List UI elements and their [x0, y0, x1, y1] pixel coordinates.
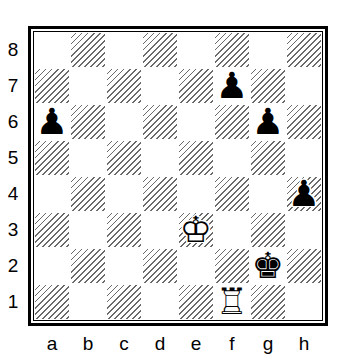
square-e6[interactable] — [178, 104, 214, 140]
square-b5[interactable] — [70, 140, 106, 176]
rank-label-6: 6 — [0, 104, 26, 140]
square-h3[interactable] — [286, 212, 322, 248]
square-f8[interactable] — [214, 32, 250, 68]
black-pawn-glyph: ♟ — [216, 68, 248, 104]
square-e5[interactable] — [178, 140, 214, 176]
square-a4[interactable] — [34, 176, 70, 212]
file-label-g: g — [250, 330, 286, 358]
white-rook-glyph: ♖ — [216, 284, 248, 320]
square-g6[interactable]: ♟ — [250, 104, 286, 140]
square-e7[interactable] — [178, 68, 214, 104]
square-g5[interactable] — [250, 140, 286, 176]
square-g2[interactable]: ♚ — [250, 248, 286, 284]
square-h7[interactable] — [286, 68, 322, 104]
square-f4[interactable] — [214, 176, 250, 212]
black-king-glyph: ♚ — [252, 248, 284, 284]
rank-label-1: 1 — [0, 284, 26, 320]
square-c2[interactable] — [106, 248, 142, 284]
square-a6[interactable]: ♟ — [34, 104, 70, 140]
square-h6[interactable] — [286, 104, 322, 140]
square-c7[interactable] — [106, 68, 142, 104]
chess-diagram: 87654321 ♟♟♟♟♚♔♚♜♖ abcdefgh — [0, 0, 360, 360]
piece-black-pawn[interactable]: ♟ — [288, 176, 320, 212]
white-king-glyph: ♔ — [180, 212, 212, 248]
piece-white-rook[interactable]: ♜♖ — [216, 284, 248, 320]
square-e2[interactable] — [178, 248, 214, 284]
rank-label-5: 5 — [0, 140, 26, 176]
piece-black-king[interactable]: ♚ — [252, 248, 284, 284]
square-c8[interactable] — [106, 32, 142, 68]
square-a1[interactable] — [34, 284, 70, 320]
square-d1[interactable] — [142, 284, 178, 320]
black-pawn-glyph: ♟ — [36, 104, 68, 140]
square-b4[interactable] — [70, 176, 106, 212]
rank-labels: 87654321 — [0, 32, 26, 320]
square-d5[interactable] — [142, 140, 178, 176]
square-c4[interactable] — [106, 176, 142, 212]
black-pawn-glyph: ♟ — [252, 104, 284, 140]
square-f3[interactable] — [214, 212, 250, 248]
rank-label-4: 4 — [0, 176, 26, 212]
square-b7[interactable] — [70, 68, 106, 104]
piece-black-pawn[interactable]: ♟ — [36, 104, 68, 140]
black-pawn-glyph: ♟ — [288, 176, 320, 212]
square-g3[interactable] — [250, 212, 286, 248]
square-f5[interactable] — [214, 140, 250, 176]
file-label-c: c — [106, 330, 142, 358]
rank-label-8: 8 — [0, 32, 26, 68]
square-d2[interactable] — [142, 248, 178, 284]
file-label-e: e — [178, 330, 214, 358]
file-label-b: b — [70, 330, 106, 358]
square-a2[interactable] — [34, 248, 70, 284]
square-f1[interactable]: ♜♖ — [214, 284, 250, 320]
square-d7[interactable] — [142, 68, 178, 104]
rank-label-3: 3 — [0, 212, 26, 248]
file-label-a: a — [34, 330, 70, 358]
square-d3[interactable] — [142, 212, 178, 248]
square-f6[interactable] — [214, 104, 250, 140]
board-grid: ♟♟♟♟♚♔♚♜♖ — [34, 32, 322, 320]
chess-board-frame: ♟♟♟♟♚♔♚♜♖ — [28, 26, 328, 326]
square-b1[interactable] — [70, 284, 106, 320]
square-e3[interactable]: ♚♔ — [178, 212, 214, 248]
square-f7[interactable]: ♟ — [214, 68, 250, 104]
square-g7[interactable] — [250, 68, 286, 104]
square-b6[interactable] — [70, 104, 106, 140]
square-e1[interactable] — [178, 284, 214, 320]
square-e8[interactable] — [178, 32, 214, 68]
piece-white-king[interactable]: ♚♔ — [180, 212, 212, 248]
square-g4[interactable] — [250, 176, 286, 212]
square-e4[interactable] — [178, 176, 214, 212]
square-b8[interactable] — [70, 32, 106, 68]
square-d6[interactable] — [142, 104, 178, 140]
file-labels: abcdefgh — [34, 330, 322, 358]
file-label-f: f — [214, 330, 250, 358]
square-c1[interactable] — [106, 284, 142, 320]
square-a5[interactable] — [34, 140, 70, 176]
rank-label-7: 7 — [0, 68, 26, 104]
square-g8[interactable] — [250, 32, 286, 68]
piece-black-pawn[interactable]: ♟ — [216, 68, 248, 104]
square-b3[interactable] — [70, 212, 106, 248]
square-a7[interactable] — [34, 68, 70, 104]
square-a8[interactable] — [34, 32, 70, 68]
square-h2[interactable] — [286, 248, 322, 284]
square-g1[interactable] — [250, 284, 286, 320]
square-d8[interactable] — [142, 32, 178, 68]
square-h4[interactable]: ♟ — [286, 176, 322, 212]
square-c5[interactable] — [106, 140, 142, 176]
square-c6[interactable] — [106, 104, 142, 140]
square-h8[interactable] — [286, 32, 322, 68]
square-d4[interactable] — [142, 176, 178, 212]
square-h5[interactable] — [286, 140, 322, 176]
file-label-d: d — [142, 330, 178, 358]
square-h1[interactable] — [286, 284, 322, 320]
chess-board: ♟♟♟♟♚♔♚♜♖ — [33, 31, 323, 321]
square-f2[interactable] — [214, 248, 250, 284]
square-a3[interactable] — [34, 212, 70, 248]
rank-label-2: 2 — [0, 248, 26, 284]
file-label-h: h — [286, 330, 322, 358]
square-c3[interactable] — [106, 212, 142, 248]
square-b2[interactable] — [70, 248, 106, 284]
piece-black-pawn[interactable]: ♟ — [252, 104, 284, 140]
